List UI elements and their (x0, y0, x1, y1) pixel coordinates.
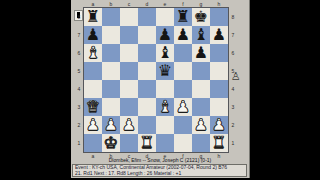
square-d7 (138, 26, 156, 44)
square-h5 (210, 62, 228, 80)
piece-black-king-g8: ♚ (192, 8, 210, 26)
square-f5 (174, 62, 192, 80)
square-g6: ♟ (192, 44, 210, 62)
rank-label-6: 6 (76, 44, 82, 62)
square-d8 (138, 8, 156, 26)
square-d4 (138, 80, 156, 98)
piece-white-pawn-a2: ♟ (84, 116, 102, 134)
square-h6 (210, 44, 228, 62)
square-a2: ♟ (84, 116, 102, 134)
piece-black-rook-a8: ♜ (84, 8, 102, 26)
square-b4 (102, 80, 120, 98)
rank-label-2: 2 (230, 116, 236, 134)
square-e7: ♟ (156, 26, 174, 44)
square-f1 (174, 134, 192, 152)
file-label-d: d (138, 1, 156, 7)
square-d2 (138, 116, 156, 134)
piece-white-bishop-a6: ♝ (84, 44, 102, 62)
square-g4 (192, 80, 210, 98)
piece-white-rook-h1: ♜ (210, 134, 228, 152)
square-a8: ♜ (84, 8, 102, 26)
rank-label-7: 7 (230, 26, 236, 44)
piece-white-pawn-c2: ♟ (120, 116, 138, 134)
square-g7: ♝ (192, 26, 210, 44)
material-advantage-pawn-icon: ♙ (231, 71, 241, 83)
square-g8: ♚ (192, 8, 210, 26)
rank-label-6: 6 (230, 44, 236, 62)
square-c2: ♟ (120, 116, 138, 134)
square-d6 (138, 44, 156, 62)
rank-label-4: 4 (76, 80, 82, 98)
piece-white-pawn-f3: ♟ (174, 98, 192, 116)
square-g1 (192, 134, 210, 152)
square-b5 (102, 62, 120, 80)
rank-label-1: 1 (230, 134, 236, 152)
piece-white-bishop-e3: ♝ (156, 98, 174, 116)
square-b7 (102, 26, 120, 44)
piece-black-queen-e5: ♛ (156, 62, 174, 80)
square-b3 (102, 98, 120, 116)
square-c6 (120, 44, 138, 62)
video-frame: abcdefgh 87654321 ♜♜♚♟♟♟♝♟♝♝♟♛♛♝♟♟♟♟♟♟♚♜… (0, 0, 320, 180)
square-h2: ♟ (210, 116, 228, 134)
square-f2 (174, 116, 192, 134)
file-label-b: b (102, 1, 120, 7)
square-c1 (120, 134, 138, 152)
square-d5 (138, 62, 156, 80)
square-c7 (120, 26, 138, 44)
square-c8 (120, 8, 138, 26)
piece-white-queen-a3: ♛ (84, 98, 102, 116)
square-a7: ♟ (84, 26, 102, 44)
rank-label-1: 1 (76, 134, 82, 152)
square-d1: ♜ (138, 134, 156, 152)
square-e4 (156, 80, 174, 98)
letterbox-left (0, 0, 71, 180)
square-c3 (120, 98, 138, 116)
game-info-box: Event : KY-ch USA, Continental Amateur (… (72, 164, 247, 177)
square-b1: ♚ (102, 134, 120, 152)
square-e3: ♝ (156, 98, 174, 116)
piece-black-pawn-g6: ♟ (192, 44, 210, 62)
piece-white-rook-d1: ♜ (138, 134, 156, 152)
chess-board: ♜♜♚♟♟♟♝♟♝♝♟♛♛♝♟♟♟♟♟♟♚♜♜ (84, 8, 228, 152)
square-f4 (174, 80, 192, 98)
square-f6 (174, 44, 192, 62)
square-a1 (84, 134, 102, 152)
square-c5 (120, 62, 138, 80)
square-c4 (120, 80, 138, 98)
piece-white-pawn-g2: ♟ (192, 116, 210, 134)
piece-black-bishop-g7: ♝ (192, 26, 210, 44)
piece-black-pawn-f7: ♟ (174, 26, 192, 44)
square-h8 (210, 8, 228, 26)
rank-label-7: 7 (76, 26, 82, 44)
square-h3 (210, 98, 228, 116)
piece-black-pawn-a7: ♟ (84, 26, 102, 44)
square-f8: ♜ (174, 8, 192, 26)
rank-label-8: 8 (76, 8, 82, 26)
piece-black-bishop-e6: ♝ (156, 44, 174, 62)
square-b8 (102, 8, 120, 26)
rank-label-3: 3 (230, 98, 236, 116)
square-g5 (192, 62, 210, 80)
square-f7: ♟ (174, 26, 192, 44)
piece-black-rook-f8: ♜ (174, 8, 192, 26)
square-g3 (192, 98, 210, 116)
square-h7: ♟ (210, 26, 228, 44)
square-e1 (156, 134, 174, 152)
piece-white-pawn-h2: ♟ (210, 116, 228, 134)
letterbox-right (250, 0, 320, 180)
square-h1: ♜ (210, 134, 228, 152)
square-a4 (84, 80, 102, 98)
rank-label-3: 3 (76, 98, 82, 116)
status-line: 21. Rd1 Next : 17. Rd8 Length : 26 Mater… (73, 171, 246, 177)
square-e8 (156, 8, 174, 26)
players-line: Dlombek, Efim -- Snow, Joseph C (2121) (… (71, 157, 249, 163)
chess-diagram-panel: abcdefgh 87654321 ♜♜♚♟♟♟♝♟♝♝♟♛♛♝♟♟♟♟♟♟♚♜… (71, 0, 250, 178)
square-e5: ♛ (156, 62, 174, 80)
rank-labels-left: 87654321 (76, 8, 82, 152)
square-b6 (102, 44, 120, 62)
piece-white-pawn-b2: ♟ (102, 116, 120, 134)
square-b2: ♟ (102, 116, 120, 134)
file-label-h: h (210, 1, 228, 7)
square-h4 (210, 80, 228, 98)
square-a3: ♛ (84, 98, 102, 116)
rank-label-5: 5 (76, 62, 82, 80)
square-g2: ♟ (192, 116, 210, 134)
piece-black-pawn-e7: ♟ (156, 26, 174, 44)
file-label-c: c (120, 1, 138, 7)
piece-black-pawn-h7: ♟ (210, 26, 228, 44)
rank-label-8: 8 (230, 8, 236, 26)
square-e6: ♝ (156, 44, 174, 62)
rank-label-2: 2 (76, 116, 82, 134)
piece-white-king-b1: ♚ (102, 134, 120, 152)
square-a6: ♝ (84, 44, 102, 62)
square-e2 (156, 116, 174, 134)
square-f3: ♟ (174, 98, 192, 116)
file-label-e: e (156, 1, 174, 7)
square-d3 (138, 98, 156, 116)
square-a5 (84, 62, 102, 80)
